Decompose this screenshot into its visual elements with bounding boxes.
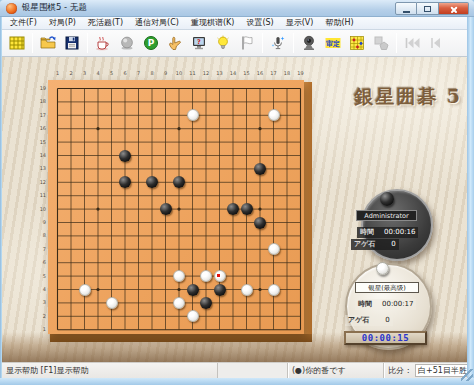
computer-question-icon: ?: [191, 35, 207, 51]
maximize-icon: [424, 6, 431, 12]
row-label: 11: [37, 192, 46, 198]
column-label: 16: [255, 70, 265, 76]
board-grid-icon: [9, 35, 25, 51]
judge-score-icon: 审定: [325, 35, 341, 51]
column-label: 10: [174, 70, 184, 76]
row-label: 17: [37, 112, 46, 118]
svg-text:P: P: [148, 38, 155, 48]
toolbar-pass-button[interactable]: P: [139, 32, 163, 54]
menu-item-view[interactable]: 显示(V): [280, 17, 320, 29]
webcam-icon: [301, 35, 317, 51]
svg-text:?: ?: [197, 38, 201, 46]
menu-item-network-game[interactable]: 通信对局(C): [129, 17, 185, 29]
toolbar-territory-button[interactable]: [345, 32, 369, 54]
toolbar-shapes-button[interactable]: [369, 32, 393, 54]
column-label: 9: [161, 70, 171, 76]
open-folder-icon: [40, 35, 56, 51]
black-stone: [187, 284, 199, 296]
white-stone: [241, 284, 253, 296]
save-floppy-icon: [64, 35, 80, 51]
toolbar-voice-button[interactable]: [266, 32, 290, 54]
toolbar-save-button[interactable]: [60, 32, 84, 54]
white-player-name: 银星(最高级): [355, 282, 419, 293]
status-bar: 显示帮助 [F1]显示帮助 (●)你的番です 比分： 白+51目半胜: [2, 362, 467, 378]
toolbar-stone-button[interactable]: [115, 32, 139, 54]
window-border-left: [0, 17, 2, 385]
gray-stone-icon: [119, 35, 135, 51]
row-label: 10: [37, 206, 46, 212]
column-label: 15: [242, 70, 252, 76]
column-label: 4: [93, 70, 103, 76]
toolbar-resign-button[interactable]: [235, 32, 259, 54]
row-label: 15: [37, 139, 46, 145]
white-stone: [106, 297, 118, 309]
lightbulb-icon: [215, 35, 231, 51]
board-grid: [48, 80, 304, 334]
svg-text:审定: 审定: [326, 39, 340, 48]
white-stone: [200, 270, 212, 282]
white-stone: [268, 284, 280, 296]
black-stone: [241, 203, 253, 215]
territory-grid-icon: [349, 35, 365, 51]
row-label: 9: [37, 219, 46, 225]
toolbar: P ? 审定: [0, 30, 474, 57]
star-point: [96, 208, 99, 211]
column-label: 18: [282, 70, 292, 76]
column-label: 11: [188, 70, 198, 76]
minimize-icon: [403, 11, 410, 13]
step-back-icon: [428, 35, 444, 51]
minimize-button[interactable]: [395, 2, 417, 15]
menu-item-game[interactable]: 对局(P): [43, 17, 82, 29]
white-stone: [187, 109, 199, 121]
toolbar-rewind-start-button[interactable]: [400, 32, 424, 54]
toolbar-camera-button[interactable]: [297, 32, 321, 54]
row-label: 4: [37, 286, 46, 292]
white-stone: [173, 270, 185, 282]
coffee-cup-icon: [95, 35, 111, 51]
white-captures-row: アゲ石 0: [345, 315, 393, 326]
toolbar-coffee-break-button[interactable]: [91, 32, 115, 54]
hand-icon: [167, 35, 183, 51]
row-label: 8: [37, 232, 46, 238]
white-stone-icon: [376, 262, 389, 275]
black-stone: [200, 297, 212, 309]
green-p-circle-icon: P: [143, 35, 159, 51]
column-label: 13: [215, 70, 225, 76]
white-stone: [268, 243, 280, 255]
board-right-edge: [304, 82, 312, 342]
row-label: 16: [37, 125, 46, 131]
score-value: 白+51目半胜: [415, 364, 467, 377]
toolbar-separator: [396, 33, 397, 53]
microphone-icon: [270, 35, 286, 51]
star-point: [177, 288, 180, 291]
row-label: 13: [37, 165, 46, 171]
app-window: 银星围棋5 - 无题 文件(F) 对局(P) 死活题(T) 通信对局(C) 重现…: [0, 0, 474, 385]
black-stone: [214, 284, 226, 296]
column-label: 1: [53, 70, 63, 76]
white-stone: [268, 109, 280, 121]
black-time-row: 時間 00:00:16: [357, 227, 418, 238]
column-label: 19: [296, 70, 306, 76]
star-point: [96, 288, 99, 291]
column-label: 5: [107, 70, 117, 76]
row-label: 1: [37, 326, 46, 332]
row-label: 6: [37, 259, 46, 265]
black-stone-icon: [380, 192, 394, 206]
black-player-name: Administrator: [356, 210, 417, 221]
window-title: 银星围棋5 - 无题: [22, 2, 87, 14]
countdown-timer-value: 00:00:15: [362, 333, 409, 343]
white-time-value: 00:00:17: [382, 300, 413, 309]
game-area: 銀星囲碁 5 123456789101112131415161718191918…: [2, 57, 467, 362]
toolbar-separator: [32, 33, 33, 53]
score-label: 比分：: [388, 365, 412, 376]
black-stone: [254, 217, 266, 229]
white-stone: [79, 284, 91, 296]
column-label: 3: [80, 70, 90, 76]
black-time-value: 00:00:16: [384, 228, 415, 237]
star-point: [258, 127, 261, 130]
toolbar-judge-button[interactable]: 审定: [321, 32, 345, 54]
column-label: 14: [228, 70, 238, 76]
window-border-bottom[interactable]: [0, 378, 474, 385]
column-label: 12: [201, 70, 211, 76]
go-board: 1234567891011121314151617181919181716151…: [48, 80, 312, 342]
row-label: 2: [37, 313, 46, 319]
toolbar-computer-hint-button[interactable]: ?: [187, 32, 211, 54]
row-label: 3: [37, 299, 46, 305]
white-captures-value: 0: [385, 316, 389, 325]
shapes-icon: [373, 35, 389, 51]
column-label: 8: [147, 70, 157, 76]
menu-bar: 文件(F) 对局(P) 死活题(T) 通信对局(C) 重现棋谱(K) 设置(S)…: [0, 17, 474, 30]
column-label: 6: [120, 70, 130, 76]
window-border-right[interactable]: [467, 17, 474, 385]
countdown-timer: 00:00:15: [344, 331, 427, 345]
column-label: 7: [134, 70, 144, 76]
white-stone: [173, 297, 185, 309]
black-stone: [254, 163, 266, 175]
toolbar-takeback-button[interactable]: [163, 32, 187, 54]
app-logo: 銀星囲碁 5: [354, 84, 462, 110]
close-button[interactable]: [439, 2, 469, 15]
star-point: [177, 127, 180, 130]
menu-item-replay-record[interactable]: 重现棋谱(K): [185, 17, 241, 29]
toolbar-new-board-button[interactable]: [5, 32, 29, 54]
status-help-text: 显示帮助 [F1]显示帮助: [2, 363, 218, 378]
row-label: 18: [37, 98, 46, 104]
app-icon: [6, 3, 17, 14]
menu-item-settings[interactable]: 设置(S): [240, 17, 279, 29]
white-stone: [187, 310, 199, 322]
window-controls: [395, 2, 469, 15]
row-label: 14: [37, 152, 46, 158]
row-label: 19: [37, 85, 46, 91]
status-turn-indicator: (●)你的番です: [288, 363, 384, 378]
menu-item-life-death[interactable]: 死活题(T): [82, 17, 129, 29]
white-time-row: 時間 00:00:17: [355, 299, 416, 310]
white-flag-icon: [239, 35, 255, 51]
toolbar-separator: [293, 33, 294, 53]
star-point: [258, 208, 261, 211]
toolbar-hint-button[interactable]: [211, 32, 235, 54]
last-move-marker: [216, 273, 221, 278]
status-score-segment: 比分： 白+51目半胜: [384, 363, 467, 378]
black-captures-row: アゲ石 0: [351, 239, 399, 250]
row-label: 7: [37, 246, 46, 252]
resize-grip[interactable]: [461, 369, 473, 381]
black-stone: [227, 203, 239, 215]
status-empty-segment: [218, 363, 288, 378]
row-label: 5: [37, 273, 46, 279]
toolbar-separator: [87, 33, 88, 53]
rewind-icon: [404, 35, 420, 51]
row-label: 12: [37, 179, 46, 185]
menu-item-file[interactable]: 文件(F): [4, 17, 43, 29]
title-bar: 银星围棋5 - 无题: [0, 0, 474, 17]
black-player-panel: Administrator 時間 00:00:16 アゲ石 0: [361, 189, 433, 261]
black-stone: [119, 150, 131, 162]
star-point: [258, 288, 261, 291]
star-point: [177, 208, 180, 211]
toolbar-separator: [262, 33, 263, 53]
black-captures-value: 0: [391, 240, 395, 249]
maximize-button[interactable]: [417, 2, 439, 15]
star-point: [96, 127, 99, 130]
toolbar-step-back-button[interactable]: [424, 32, 448, 54]
toolbar-open-button[interactable]: [36, 32, 60, 54]
black-stone: [160, 203, 172, 215]
menu-item-help[interactable]: 帮助(H): [319, 17, 359, 29]
column-label: 17: [269, 70, 279, 76]
go-board-surface[interactable]: 1234567891011121314151617181919181716151…: [48, 80, 304, 334]
column-label: 2: [66, 70, 76, 76]
board-bottom-edge: [50, 334, 312, 342]
